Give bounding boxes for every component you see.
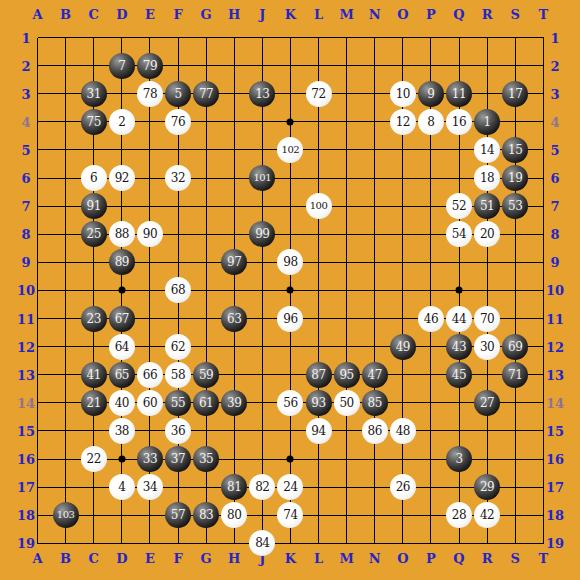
stone-black-D2: 7	[109, 53, 135, 79]
stone-black-G13: 59	[193, 362, 219, 388]
stone-black-H17: 81	[221, 474, 247, 500]
stone-black-B18: 103	[53, 502, 79, 528]
stone-white-L3: 72	[306, 81, 332, 107]
row-label-left-4: 4	[21, 114, 30, 129]
stone-black-N13: 47	[362, 362, 388, 388]
stone-black-Q3: 11	[446, 81, 472, 107]
star-point-D16	[118, 456, 125, 463]
row-label-right-10: 10	[546, 283, 564, 298]
stone-white-K18: 74	[277, 502, 303, 528]
col-label-top-G: G	[201, 7, 212, 22]
stone-white-J17: 82	[249, 474, 275, 500]
row-label-left-18: 18	[17, 508, 35, 523]
row-label-right-7: 7	[550, 199, 559, 214]
stone-black-P3: 9	[418, 81, 444, 107]
row-label-right-8: 8	[550, 227, 559, 242]
stone-black-J8: 99	[249, 221, 275, 247]
col-label-bottom-M: M	[339, 551, 353, 566]
row-label-right-13: 13	[546, 367, 564, 382]
stone-black-S13: 71	[502, 362, 528, 388]
stone-white-F15: 36	[165, 418, 191, 444]
star-point-Q10	[456, 287, 463, 294]
star-point-K4	[287, 118, 294, 125]
stone-black-R7: 51	[474, 193, 500, 219]
stone-white-D14: 40	[109, 390, 135, 416]
star-point-D10	[118, 287, 125, 294]
col-label-bottom-C: C	[89, 551, 99, 566]
stone-white-O17: 26	[390, 474, 416, 500]
stone-white-D15: 38	[109, 418, 135, 444]
stone-white-P11: 46	[418, 306, 444, 332]
grid-v-line	[374, 38, 375, 545]
stone-white-E13: 66	[137, 362, 163, 388]
row-label-left-17: 17	[17, 480, 35, 495]
stone-white-R11: 70	[474, 306, 500, 332]
stone-white-E8: 90	[137, 221, 163, 247]
stone-white-O15: 48	[390, 418, 416, 444]
col-label-bottom-R: R	[482, 551, 493, 566]
stone-black-F16: 37	[165, 446, 191, 472]
col-label-top-N: N	[369, 7, 381, 22]
stone-white-K17: 24	[277, 474, 303, 500]
stone-black-D11: 67	[109, 306, 135, 332]
stone-white-K14: 56	[277, 390, 303, 416]
stone-white-D12: 64	[109, 334, 135, 360]
row-label-left-16: 16	[17, 452, 35, 467]
stone-white-F4: 76	[165, 109, 191, 135]
stone-white-D4: 2	[109, 109, 135, 135]
stone-black-H14: 39	[221, 390, 247, 416]
col-label-top-P: P	[426, 7, 436, 22]
stone-white-J19: 84	[249, 530, 275, 556]
row-label-right-14: 14	[546, 395, 564, 410]
stone-white-C16: 22	[81, 446, 107, 472]
stone-black-N14: 85	[362, 390, 388, 416]
go-board-diagram: AABBCCDDEEFFGGHHJJKKLLMMNNOOPPQQRRSSTT11…	[0, 0, 580, 580]
grid-h-line	[38, 543, 545, 544]
col-label-top-C: C	[89, 7, 99, 22]
grid-v-line	[262, 38, 263, 545]
stone-white-P4: 8	[418, 109, 444, 135]
stone-white-F12: 62	[165, 334, 191, 360]
grid-v-line	[543, 38, 544, 545]
col-label-bottom-A: A	[32, 551, 42, 566]
row-label-right-2: 2	[550, 58, 559, 73]
col-label-bottom-P: P	[426, 551, 436, 566]
col-label-top-O: O	[397, 7, 408, 22]
stone-white-O3: 10	[390, 81, 416, 107]
stone-black-C13: 41	[81, 362, 107, 388]
stone-black-D13: 65	[109, 362, 135, 388]
stone-black-M13: 95	[334, 362, 360, 388]
stone-black-S7: 53	[502, 193, 528, 219]
stone-white-D17: 4	[109, 474, 135, 500]
row-label-left-15: 15	[17, 423, 35, 438]
stone-white-R6: 18	[474, 165, 500, 191]
stone-black-R17: 29	[474, 474, 500, 500]
row-label-left-12: 12	[17, 339, 35, 354]
row-label-right-9: 9	[550, 255, 559, 270]
col-label-top-K: K	[285, 7, 296, 22]
stone-black-R14: 27	[474, 390, 500, 416]
col-label-bottom-K: K	[285, 551, 296, 566]
stone-black-G3: 77	[193, 81, 219, 107]
grid-v-line	[515, 38, 516, 545]
row-label-right-12: 12	[546, 339, 564, 354]
stone-white-F6: 32	[165, 165, 191, 191]
row-label-right-1: 1	[550, 30, 559, 45]
grid-v-line	[318, 38, 319, 545]
stone-white-F13: 58	[165, 362, 191, 388]
stone-white-Q11: 44	[446, 306, 472, 332]
stone-white-D6: 92	[109, 165, 135, 191]
stone-black-F18: 57	[165, 502, 191, 528]
col-label-top-H: H	[228, 7, 240, 22]
row-label-left-11: 11	[17, 311, 35, 326]
stone-black-S3: 17	[502, 81, 528, 107]
col-label-bottom-D: D	[116, 551, 127, 566]
col-label-top-D: D	[116, 7, 127, 22]
star-point-K10	[287, 287, 294, 294]
row-label-right-6: 6	[550, 171, 559, 186]
row-label-right-3: 3	[550, 86, 559, 101]
stone-white-K11: 96	[277, 306, 303, 332]
stone-white-E17: 34	[137, 474, 163, 500]
col-label-bottom-E: E	[145, 551, 155, 566]
stone-white-E14: 60	[137, 390, 163, 416]
row-label-right-19: 19	[546, 536, 564, 551]
row-label-left-13: 13	[17, 367, 35, 382]
stone-white-R8: 20	[474, 221, 500, 247]
stone-white-R18: 42	[474, 502, 500, 528]
stone-black-C4: 75	[81, 109, 107, 135]
row-label-left-2: 2	[21, 58, 30, 73]
grid-v-line	[65, 38, 66, 545]
col-label-bottom-N: N	[369, 551, 381, 566]
row-label-left-14: 14	[17, 395, 35, 410]
col-label-top-B: B	[60, 7, 71, 22]
stone-black-S5: 15	[502, 137, 528, 163]
stone-white-H18: 80	[221, 502, 247, 528]
row-label-left-19: 19	[17, 536, 35, 551]
grid-v-line	[37, 38, 38, 545]
stone-black-C11: 23	[81, 306, 107, 332]
col-label-bottom-S: S	[510, 551, 519, 566]
stone-white-Q8: 54	[446, 221, 472, 247]
row-label-left-1: 1	[21, 30, 30, 45]
stone-black-E16: 33	[137, 446, 163, 472]
stone-black-R4: 1	[474, 109, 500, 135]
stone-black-G18: 83	[193, 502, 219, 528]
col-label-top-M: M	[339, 7, 353, 22]
stone-black-Q16: 3	[446, 446, 472, 472]
col-label-bottom-H: H	[228, 551, 240, 566]
row-label-left-8: 8	[21, 227, 30, 242]
stone-black-J6: 101	[249, 165, 275, 191]
col-label-top-J: J	[259, 7, 265, 22]
stone-white-E3: 78	[137, 81, 163, 107]
stone-white-Q4: 16	[446, 109, 472, 135]
stone-black-C3: 31	[81, 81, 107, 107]
stone-white-K5: 102	[277, 137, 303, 163]
row-label-right-18: 18	[546, 508, 564, 523]
col-label-bottom-F: F	[173, 551, 182, 566]
stone-black-G16: 35	[193, 446, 219, 472]
grid-v-line	[346, 38, 347, 545]
stone-black-Q12: 43	[446, 334, 472, 360]
stone-black-J3: 13	[249, 81, 275, 107]
stone-black-F3: 5	[165, 81, 191, 107]
grid-h-line	[38, 37, 545, 38]
stone-black-C14: 21	[81, 390, 107, 416]
grid-v-line	[234, 38, 235, 545]
stone-black-F14: 55	[165, 390, 191, 416]
stone-black-Q13: 45	[446, 362, 472, 388]
stone-black-S6: 19	[502, 165, 528, 191]
stone-white-D8: 88	[109, 221, 135, 247]
stone-white-O4: 12	[390, 109, 416, 135]
col-label-top-R: R	[482, 7, 493, 22]
stone-black-S12: 69	[502, 334, 528, 360]
stone-black-L13: 87	[306, 362, 332, 388]
stone-black-C8: 25	[81, 221, 107, 247]
stone-white-M14: 50	[334, 390, 360, 416]
stone-white-Q7: 52	[446, 193, 472, 219]
stone-black-C7: 91	[81, 193, 107, 219]
col-label-top-T: T	[538, 7, 548, 22]
stone-white-R12: 30	[474, 334, 500, 360]
row-label-right-11: 11	[546, 311, 564, 326]
row-label-left-10: 10	[17, 283, 35, 298]
col-label-top-E: E	[145, 7, 155, 22]
stone-white-F10: 68	[165, 277, 191, 303]
row-label-right-16: 16	[546, 452, 564, 467]
stone-white-Q18: 28	[446, 502, 472, 528]
stone-black-G14: 61	[193, 390, 219, 416]
col-label-bottom-T: T	[538, 551, 548, 566]
stone-white-R5: 14	[474, 137, 500, 163]
star-point-K16	[287, 456, 294, 463]
col-label-bottom-L: L	[314, 551, 323, 566]
stone-white-K9: 98	[277, 249, 303, 275]
stone-black-O12: 49	[390, 334, 416, 360]
col-label-bottom-O: O	[397, 551, 408, 566]
row-label-left-6: 6	[21, 171, 30, 186]
col-label-bottom-G: G	[201, 551, 212, 566]
row-label-right-15: 15	[546, 423, 564, 438]
col-label-bottom-Q: Q	[453, 551, 464, 566]
col-label-top-A: A	[32, 7, 42, 22]
row-label-left-7: 7	[21, 199, 30, 214]
stone-black-D9: 89	[109, 249, 135, 275]
stone-black-E2: 79	[137, 53, 163, 79]
col-label-top-S: S	[510, 7, 519, 22]
row-label-left-5: 5	[21, 142, 30, 157]
row-label-right-17: 17	[546, 480, 564, 495]
stone-white-C6: 6	[81, 165, 107, 191]
stone-white-N15: 86	[362, 418, 388, 444]
col-label-top-L: L	[314, 7, 323, 22]
col-label-top-Q: Q	[453, 7, 464, 22]
col-label-bottom-B: B	[60, 551, 71, 566]
stone-white-L15: 94	[306, 418, 332, 444]
stone-black-L14: 93	[306, 390, 332, 416]
row-label-left-3: 3	[21, 86, 30, 101]
stone-black-H9: 97	[221, 249, 247, 275]
row-label-left-9: 9	[21, 255, 30, 270]
row-label-right-5: 5	[550, 142, 559, 157]
stone-black-H11: 63	[221, 306, 247, 332]
stone-white-L7: 100	[306, 193, 332, 219]
row-label-right-4: 4	[550, 114, 559, 129]
col-label-top-F: F	[173, 7, 182, 22]
